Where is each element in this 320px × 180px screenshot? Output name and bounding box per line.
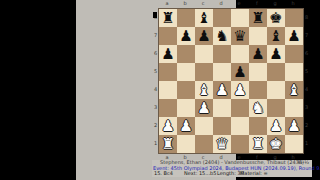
black-bishop-c8: ♝: [197, 9, 210, 27]
last-move-text: 15. Bc4: [154, 171, 173, 177]
square-e2[interactable]: [231, 117, 249, 135]
rank-label-right-5: 5: [304, 69, 309, 74]
square-c8[interactable]: ♝: [195, 9, 213, 27]
white-pawn-a2: ♟: [161, 117, 174, 135]
square-b8[interactable]: [177, 9, 195, 27]
white-pawn-e4: ♟: [233, 81, 246, 99]
square-f7[interactable]: [249, 27, 267, 45]
square-c3[interactable]: ♟: [195, 99, 213, 117]
square-c5[interactable]: [195, 63, 213, 81]
black-pawn-h7: ♟: [287, 27, 300, 45]
square-h4[interactable]: ♝: [285, 81, 303, 99]
square-b3[interactable]: [177, 99, 195, 117]
file-label-top-h: h: [284, 1, 302, 7]
material-balance-text: Material: =: [240, 171, 268, 177]
rank-labels-right: 87654321: [304, 8, 309, 152]
chess-board: ♜♝♜♚♟♟♞♛♝♟♟♟♟♟♝♟♟♝♟♞♟♟♟♟♜♛♜♚: [158, 8, 304, 154]
black-knight-d7: ♞: [215, 27, 228, 45]
white-pawn-h2: ♟: [287, 117, 300, 135]
square-g2[interactable]: ♟: [267, 117, 285, 135]
square-h3[interactable]: [285, 99, 303, 117]
square-g3[interactable]: [267, 99, 285, 117]
game-caption: Stephens, Ethan (2404) - Vandenbussche, …: [152, 160, 312, 177]
white-knight-f3: ♞: [251, 99, 264, 117]
square-d4[interactable]: ♟: [213, 81, 231, 99]
white-rook-a1: ♜: [161, 135, 174, 153]
square-f6[interactable]: ♟: [249, 45, 267, 63]
game-result: ½-½: [298, 160, 310, 166]
square-a6[interactable]: ♟: [159, 45, 177, 63]
square-d2[interactable]: [213, 117, 231, 135]
square-e8[interactable]: [231, 9, 249, 27]
square-h8[interactable]: [285, 9, 303, 27]
file-label-top-b: b: [176, 1, 194, 7]
rank-label-right-8: 8: [304, 15, 309, 20]
file-label-top-e: e: [230, 1, 248, 7]
square-c6[interactable]: [195, 45, 213, 63]
white-pawn-b2: ♟: [179, 117, 192, 135]
white-queen-d1: ♛: [215, 135, 228, 153]
square-h1[interactable]: [285, 135, 303, 153]
square-b5[interactable]: [177, 63, 195, 81]
square-g1[interactable]: ♚: [267, 135, 285, 153]
square-a5[interactable]: [159, 63, 177, 81]
file-label-top-d: d: [212, 1, 230, 7]
black-rook-f8: ♜: [251, 9, 264, 27]
compression-artifact: [153, 12, 157, 18]
rank-label-right-6: 6: [304, 51, 309, 56]
square-g5[interactable]: [267, 63, 285, 81]
black-pawn-g6: ♟: [269, 45, 282, 63]
white-king-g1: ♚: [269, 135, 282, 153]
square-h5[interactable]: [285, 63, 303, 81]
square-f5[interactable]: [249, 63, 267, 81]
rank-label-right-2: 2: [304, 123, 309, 128]
black-pawn-b7: ♟: [179, 27, 192, 45]
square-f8[interactable]: ♜: [249, 9, 267, 27]
white-bishop-c4: ♝: [197, 81, 210, 99]
square-h7[interactable]: ♟: [285, 27, 303, 45]
square-c1[interactable]: [195, 135, 213, 153]
square-d8[interactable]: [213, 9, 231, 27]
square-a4[interactable]: [159, 81, 177, 99]
square-e1[interactable]: [231, 135, 249, 153]
file-label-top-a: a: [158, 1, 176, 7]
square-e7[interactable]: ♛: [231, 27, 249, 45]
square-c2[interactable]: [195, 117, 213, 135]
black-pawn-c7: ♟: [197, 27, 210, 45]
black-queen-e7: ♛: [233, 27, 246, 45]
square-d1[interactable]: ♛: [213, 135, 231, 153]
white-player-name: Stephens, Ethan (2404): [160, 159, 219, 165]
chess-viewer: abcdefgh abcdefgh 87654321 87654321 ♜♝♜♚…: [76, 0, 236, 180]
square-c4[interactable]: ♝: [195, 81, 213, 99]
square-b2[interactable]: ♟: [177, 117, 195, 135]
letterbox-left: [0, 0, 76, 180]
square-d6[interactable]: [213, 45, 231, 63]
black-pawn-e5: ♟: [233, 63, 246, 81]
square-e4[interactable]: ♟: [231, 81, 249, 99]
black-king-g8: ♚: [269, 9, 282, 27]
square-a1[interactable]: ♜: [159, 135, 177, 153]
file-label-top-f: f: [248, 1, 266, 7]
white-bishop-h4: ♝: [287, 81, 300, 99]
square-a2[interactable]: ♟: [159, 117, 177, 135]
white-pawn-d4: ♟: [215, 81, 228, 99]
square-e6[interactable]: [231, 45, 249, 63]
square-d7[interactable]: ♞: [213, 27, 231, 45]
square-h2[interactable]: ♟: [285, 117, 303, 135]
square-d3[interactable]: [213, 99, 231, 117]
black-pawn-a6: ♟: [161, 45, 174, 63]
square-a8[interactable]: ♜: [159, 9, 177, 27]
square-f3[interactable]: ♞: [249, 99, 267, 117]
square-b6[interactable]: [177, 45, 195, 63]
players-line: Stephens, Ethan (2404) - Vandenbussche, …: [152, 160, 312, 166]
square-b7[interactable]: ♟: [177, 27, 195, 45]
rank-label-right-7: 7: [304, 33, 309, 38]
square-g4[interactable]: [267, 81, 285, 99]
rank-label-right-4: 4: [304, 87, 309, 92]
rank-label-right-3: 3: [304, 105, 309, 110]
file-labels-top: abcdefgh: [158, 1, 302, 7]
black-rook-a8: ♜: [161, 9, 174, 27]
square-g7[interactable]: ♝: [267, 27, 285, 45]
square-a7[interactable]: [159, 27, 177, 45]
square-f4[interactable]: [249, 81, 267, 99]
square-e5[interactable]: ♟: [231, 63, 249, 81]
square-a3[interactable]: [159, 99, 177, 117]
black-bishop-g7: ♝: [269, 27, 282, 45]
file-label-top-g: g: [266, 1, 284, 7]
file-label-top-c: c: [194, 1, 212, 7]
square-g8[interactable]: ♚: [267, 9, 285, 27]
rank-label-right-1: 1: [304, 141, 309, 146]
next-move-text: Next: 15...b5: [184, 171, 216, 177]
square-f2[interactable]: [249, 117, 267, 135]
square-b1[interactable]: [177, 135, 195, 153]
square-h6[interactable]: [285, 45, 303, 63]
square-f1[interactable]: ♜: [249, 135, 267, 153]
move-status-line: 15. Bc4 Next: 15...b5 Length: 30 Materia…: [152, 171, 312, 177]
square-d5[interactable]: [213, 63, 231, 81]
black-player-name: Vandenbussche, Thibaut (2438): [224, 159, 304, 165]
black-pawn-f6: ♟: [251, 45, 264, 63]
white-pawn-g2: ♟: [269, 117, 282, 135]
square-c7[interactable]: ♟: [195, 27, 213, 45]
square-b4[interactable]: [177, 81, 195, 99]
video-frame: abcdefgh abcdefgh 87654321 87654321 ♜♝♜♚…: [0, 0, 320, 180]
white-rook-f1: ♜: [251, 135, 264, 153]
square-g6[interactable]: ♟: [267, 45, 285, 63]
white-pawn-c3: ♟: [197, 99, 210, 117]
square-e3[interactable]: [231, 99, 249, 117]
